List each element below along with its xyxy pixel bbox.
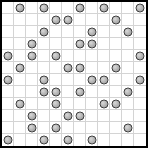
peg[interactable] [124,124,133,133]
board-cell[interactable] [110,38,122,50]
board-cell[interactable] [2,26,14,38]
board-cell[interactable] [134,98,146,110]
board-cell[interactable] [2,14,14,26]
board-cell[interactable] [62,86,74,98]
board-cell[interactable] [38,14,50,26]
board-cell[interactable] [38,50,50,62]
board-cell[interactable] [122,38,134,50]
board-cell[interactable] [74,26,86,38]
board-cell[interactable] [26,2,38,14]
peg[interactable] [64,16,73,25]
peg[interactable] [88,76,97,85]
peg[interactable] [52,88,61,97]
board-cell[interactable] [98,122,110,134]
board-cell[interactable] [50,74,62,86]
peg[interactable] [100,76,109,85]
board-cell[interactable] [98,14,110,26]
board-cell[interactable] [38,122,50,134]
peg[interactable] [40,4,49,13]
board-cell[interactable] [14,134,26,146]
peg[interactable] [28,124,37,133]
board-cell[interactable] [50,26,62,38]
board-cell[interactable] [122,62,134,74]
board-cell[interactable] [134,122,146,134]
board-cell[interactable] [74,122,86,134]
game-board [0,0,148,148]
board-cell[interactable] [14,14,26,26]
board-cell[interactable] [134,86,146,98]
board-cell[interactable] [62,38,74,50]
peg[interactable] [112,64,121,73]
board-cell[interactable] [98,50,110,62]
board-cell[interactable] [86,2,98,14]
board-cell[interactable] [98,62,110,74]
peg[interactable] [112,16,121,25]
board-cell[interactable] [134,14,146,26]
peg[interactable] [52,100,61,109]
board-cell[interactable] [62,50,74,62]
peg[interactable] [76,4,85,13]
board-cell[interactable] [110,26,122,38]
board-cell[interactable] [98,134,110,146]
board-cell[interactable] [2,62,14,74]
peg[interactable] [136,52,145,61]
peg[interactable] [16,100,25,109]
peg[interactable] [76,88,85,97]
peg[interactable] [4,136,13,145]
board-cell[interactable] [134,38,146,50]
board-cell[interactable] [134,62,146,74]
board-cell[interactable] [110,2,122,14]
peg[interactable] [136,76,145,85]
peg[interactable] [136,4,145,13]
board-cell[interactable] [86,86,98,98]
board-cell[interactable] [86,62,98,74]
peg[interactable] [76,112,85,121]
board-cell[interactable] [2,122,14,134]
peg[interactable] [40,76,49,85]
board-cell[interactable] [2,110,14,122]
board-cell[interactable] [110,110,122,122]
board-cell[interactable] [38,62,50,74]
peg[interactable] [76,40,85,49]
page-background [0,0,150,150]
board-cell[interactable] [26,62,38,74]
board-cell[interactable] [14,38,26,50]
board-cell[interactable] [110,134,122,146]
board-cell[interactable] [74,74,86,86]
peg[interactable] [28,112,37,121]
peg[interactable] [40,136,49,145]
peg[interactable] [88,136,97,145]
board-cell[interactable] [26,26,38,38]
peg[interactable] [100,4,109,13]
board-cell[interactable] [26,14,38,26]
peg[interactable] [100,100,109,109]
board-cell[interactable] [26,134,38,146]
board-cell[interactable] [2,98,14,110]
board-cell[interactable] [74,50,86,62]
peg[interactable] [52,16,61,25]
peg[interactable] [64,112,73,121]
board-cell[interactable] [62,74,74,86]
peg[interactable] [28,40,37,49]
board-cell[interactable] [26,98,38,110]
board-cell[interactable] [122,2,134,14]
peg[interactable] [112,100,121,109]
peg[interactable] [4,76,13,85]
peg[interactable] [124,28,133,37]
board-cell[interactable] [26,74,38,86]
peg[interactable] [64,64,73,73]
board-cell[interactable] [50,38,62,50]
board-cell[interactable] [98,110,110,122]
peg[interactable] [76,64,85,73]
peg[interactable] [88,40,97,49]
board-cell[interactable] [98,86,110,98]
board-cell[interactable] [50,62,62,74]
board-cell[interactable] [14,86,26,98]
peg[interactable] [88,28,97,37]
board-cell[interactable] [26,86,38,98]
board-cell[interactable] [74,134,86,146]
peg[interactable] [16,64,25,73]
board-cell[interactable] [50,2,62,14]
board-cell[interactable] [86,110,98,122]
board-cell[interactable] [50,134,62,146]
board-cell[interactable] [110,74,122,86]
board-cell[interactable] [98,38,110,50]
board-cell[interactable] [74,98,86,110]
peg[interactable] [52,52,61,61]
peg[interactable] [4,52,13,61]
peg[interactable] [40,28,49,37]
peg[interactable] [52,124,61,133]
board-cell[interactable] [62,98,74,110]
board-cell[interactable] [122,14,134,26]
board-cell[interactable] [14,26,26,38]
board-cell[interactable] [14,122,26,134]
board-cell[interactable] [2,2,14,14]
board-cell[interactable] [14,74,26,86]
board-cell[interactable] [86,14,98,26]
board-cell[interactable] [38,38,50,50]
board-cell[interactable] [122,110,134,122]
peg[interactable] [40,88,49,97]
board-cell[interactable] [50,110,62,122]
board-cell[interactable] [86,122,98,134]
board-cell[interactable] [122,98,134,110]
board-cell[interactable] [122,50,134,62]
board-cell[interactable] [110,122,122,134]
board-cell[interactable] [86,98,98,110]
board-cell[interactable] [110,50,122,62]
board-cell[interactable] [86,50,98,62]
board-cell[interactable] [62,122,74,134]
board-cell[interactable] [14,110,26,122]
peg[interactable] [64,136,73,145]
peg[interactable] [16,4,25,13]
board-cell[interactable] [122,74,134,86]
board-cell[interactable] [2,38,14,50]
board-cell[interactable] [134,110,146,122]
board-cell[interactable] [38,110,50,122]
board-cell[interactable] [134,26,146,38]
board-cell[interactable] [122,134,134,146]
board-cell[interactable] [74,14,86,26]
board-cell[interactable] [62,26,74,38]
board-cell[interactable] [38,98,50,110]
board-cell[interactable] [14,50,26,62]
board-cell[interactable] [110,86,122,98]
board-cell[interactable] [62,2,74,14]
board-cell[interactable] [134,134,146,146]
peg[interactable] [124,88,133,97]
board-cell[interactable] [2,86,14,98]
peg[interactable] [28,52,37,61]
board-cell[interactable] [98,26,110,38]
